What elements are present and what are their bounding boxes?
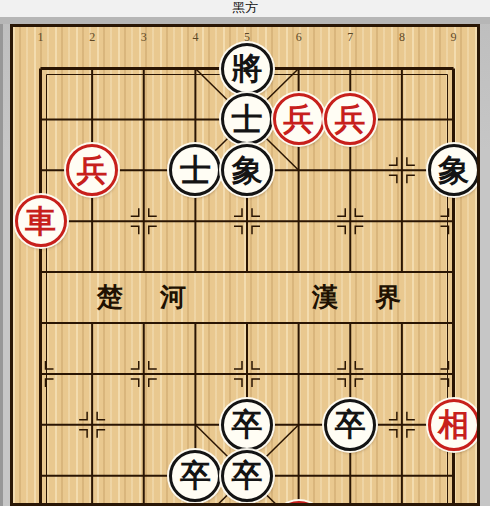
file-label-8: 8 [399, 30, 405, 45]
file-label-4: 4 [192, 30, 198, 45]
piece-車-red-f1r4[interactable]: 車 [15, 195, 67, 247]
piece-兵-red-f6r2[interactable]: 兵 [273, 93, 325, 145]
piece-象-black-f9r3[interactable]: 象 [428, 144, 480, 196]
file-label-9: 9 [451, 30, 457, 45]
black-side-label: 黑方 [0, 0, 490, 17]
piece-象-black-f5r3[interactable]: 象 [221, 144, 273, 196]
piece-卒-black-f5r8[interactable]: 卒 [221, 399, 273, 451]
file-label-2: 2 [89, 30, 95, 45]
file-label-7: 7 [347, 30, 353, 45]
river-text-漢: 漢 [312, 280, 338, 315]
piece-將-black-f5r1[interactable]: 將 [221, 43, 273, 95]
file-label-6: 6 [296, 30, 302, 45]
divider-band [0, 17, 490, 24]
river-text-楚: 楚 [97, 280, 123, 315]
river-text-界: 界 [375, 280, 401, 315]
piece-相-red-f9r8[interactable]: 相 [428, 399, 480, 451]
piece-卒-black-f4r9[interactable]: 卒 [169, 450, 221, 502]
piece-卒-black-f7r8[interactable]: 卒 [324, 399, 376, 451]
page-background: 黑方 123456789楚河漢界將士兵兵兵士象象車卒卒相卒卒 [0, 0, 490, 506]
xiangqi-board[interactable]: 123456789楚河漢界將士兵兵兵士象象車卒卒相卒卒 [10, 24, 480, 506]
piece-士-black-f5r2[interactable]: 士 [221, 93, 273, 145]
file-label-3: 3 [141, 30, 147, 45]
piece-卒-black-f5r9[interactable]: 卒 [221, 450, 273, 502]
file-label-1: 1 [38, 30, 44, 45]
river-text-河: 河 [160, 280, 186, 315]
